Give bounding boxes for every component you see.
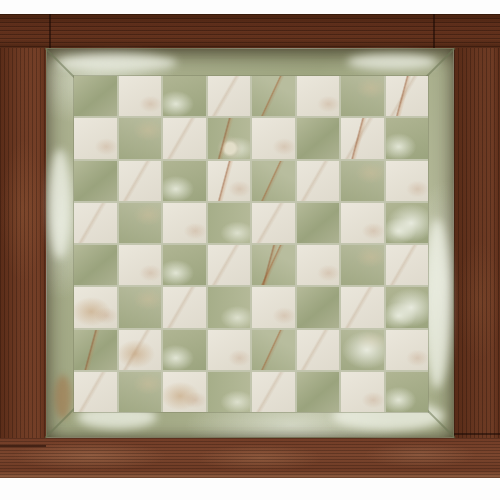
frame-top-rail xyxy=(0,14,500,48)
square-h3 xyxy=(386,287,429,327)
square-f5 xyxy=(297,203,340,243)
square-c2 xyxy=(163,330,206,370)
square-b2 xyxy=(119,330,162,370)
square-f6 xyxy=(297,161,340,201)
square-b6 xyxy=(119,161,162,201)
square-a3 xyxy=(74,287,117,327)
square-c6 xyxy=(163,161,206,201)
square-a7 xyxy=(74,118,117,158)
square-a2 xyxy=(74,330,117,370)
frame-bottom-rail xyxy=(0,438,500,478)
frame-right-rail xyxy=(454,48,500,438)
square-d5 xyxy=(208,203,251,243)
square-d1 xyxy=(208,372,251,412)
square-d2 xyxy=(208,330,251,370)
square-f2 xyxy=(297,330,340,370)
square-f1 xyxy=(297,372,340,412)
square-h1 xyxy=(386,372,429,412)
square-b8 xyxy=(119,76,162,116)
square-b7 xyxy=(119,118,162,158)
square-a4 xyxy=(74,245,117,285)
square-f8 xyxy=(297,76,340,116)
square-g3 xyxy=(341,287,384,327)
square-e4 xyxy=(252,245,295,285)
square-e6 xyxy=(252,161,295,201)
square-h5 xyxy=(386,203,429,243)
square-c7 xyxy=(163,118,206,158)
square-e3 xyxy=(252,287,295,327)
square-h6 xyxy=(386,161,429,201)
square-e5 xyxy=(252,203,295,243)
square-a8 xyxy=(74,76,117,116)
square-c8 xyxy=(163,76,206,116)
onyx-cloud xyxy=(57,54,177,72)
square-b5 xyxy=(119,203,162,243)
square-g8 xyxy=(341,76,384,116)
square-g6 xyxy=(341,161,384,201)
square-e8 xyxy=(252,76,295,116)
board-photo xyxy=(0,0,500,500)
square-g7 xyxy=(341,118,384,158)
frame-joint-seam xyxy=(49,14,51,48)
square-d3 xyxy=(208,287,251,327)
square-d4 xyxy=(208,245,251,285)
onyx-border xyxy=(46,48,454,438)
frame-left-rail xyxy=(0,48,46,438)
square-g5 xyxy=(341,203,384,243)
square-c1 xyxy=(163,372,206,412)
square-h7 xyxy=(386,118,429,158)
square-f4 xyxy=(297,245,340,285)
frame-joint-seam xyxy=(433,14,435,48)
square-a5 xyxy=(74,203,117,243)
square-f3 xyxy=(297,287,340,327)
square-g1 xyxy=(341,372,384,412)
square-h2 xyxy=(386,330,429,370)
square-f7 xyxy=(297,118,340,158)
square-d7 xyxy=(208,118,251,158)
square-c4 xyxy=(163,245,206,285)
square-b4 xyxy=(119,245,162,285)
chess-board xyxy=(74,76,428,412)
square-h4 xyxy=(386,245,429,285)
square-g2 xyxy=(341,330,384,370)
square-a1 xyxy=(74,372,117,412)
square-c3 xyxy=(163,287,206,327)
frame-joint-seam xyxy=(454,433,500,435)
square-d6 xyxy=(208,161,251,201)
square-b1 xyxy=(119,372,162,412)
square-h8 xyxy=(386,76,429,116)
onyx-cloud xyxy=(49,149,71,259)
square-d8 xyxy=(208,76,251,116)
square-e1 xyxy=(252,372,295,412)
frame-joint-seam xyxy=(0,445,46,447)
square-g4 xyxy=(341,245,384,285)
square-b3 xyxy=(119,287,162,327)
square-c5 xyxy=(163,203,206,243)
square-a6 xyxy=(74,161,117,201)
square-e2 xyxy=(252,330,295,370)
onyx-cloud xyxy=(347,54,437,70)
square-e7 xyxy=(252,118,295,158)
